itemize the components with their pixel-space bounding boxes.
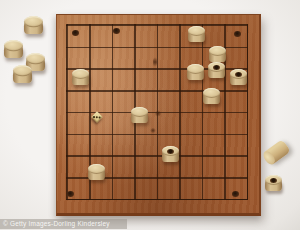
board-hole-mark <box>232 191 239 197</box>
peg-top <box>187 64 204 74</box>
peg-plain[interactable] <box>188 26 205 42</box>
watermark: © Getty Images-Dorling Kindersley <box>0 219 127 229</box>
peg-holed[interactable] <box>208 62 225 78</box>
photo-scene: © Getty Images-Dorling Kindersley <box>0 0 300 230</box>
peg-lying-on-side[interactable] <box>261 139 290 166</box>
peg-top <box>72 69 89 79</box>
peg-top <box>265 175 282 185</box>
board-hole-mark <box>67 191 74 197</box>
peg-plain[interactable] <box>23 16 42 34</box>
peg-top <box>25 53 44 64</box>
peg-holed[interactable] <box>162 146 179 162</box>
peg-top <box>203 88 220 98</box>
peg-top <box>230 69 247 79</box>
wood-knot <box>150 128 156 133</box>
peg-top <box>188 26 205 36</box>
peg-top <box>209 46 226 56</box>
peg-holed[interactable] <box>265 175 282 191</box>
peg-top <box>162 146 179 156</box>
peg-top <box>23 16 42 27</box>
peg-plain[interactable] <box>12 65 31 83</box>
peg-plain[interactable] <box>187 64 204 80</box>
peg-top <box>88 164 105 174</box>
board-hole-mark <box>234 31 241 37</box>
peg-top <box>3 40 22 51</box>
peg-plain[interactable] <box>203 88 220 104</box>
peg-plain[interactable] <box>72 69 89 85</box>
peg-top <box>208 62 225 72</box>
board-hole-mark <box>72 30 79 36</box>
peg-plain[interactable] <box>3 40 22 58</box>
die-piece[interactable] <box>90 110 104 124</box>
peg-holed[interactable] <box>230 69 247 85</box>
die-pips <box>93 116 95 118</box>
wood-knot <box>155 110 161 117</box>
wood-knot <box>153 56 157 68</box>
peg-plain[interactable] <box>88 164 105 180</box>
peg-plain[interactable] <box>209 46 226 62</box>
board-hole-mark <box>113 28 120 34</box>
peg-top <box>12 65 31 76</box>
peg-plain[interactable] <box>131 107 148 123</box>
peg-top <box>131 107 148 117</box>
